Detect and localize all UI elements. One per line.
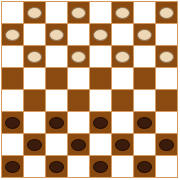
square-r7c1 bbox=[2, 134, 23, 155]
checker-light[interactable] bbox=[5, 29, 20, 41]
square-r6c2 bbox=[24, 112, 45, 133]
square-r6c4 bbox=[68, 112, 89, 133]
checker-light[interactable] bbox=[93, 29, 108, 41]
square-r1c6[interactable] bbox=[112, 2, 133, 23]
square-r4c3[interactable] bbox=[46, 68, 67, 89]
square-r3c2[interactable] bbox=[24, 46, 45, 67]
square-r6c1[interactable] bbox=[2, 112, 23, 133]
square-r1c3 bbox=[46, 2, 67, 23]
checker-dark[interactable] bbox=[159, 139, 174, 151]
checker-dark[interactable] bbox=[71, 139, 86, 151]
square-r1c4[interactable] bbox=[68, 2, 89, 23]
square-r8c3[interactable] bbox=[46, 156, 67, 177]
square-r4c2 bbox=[24, 68, 45, 89]
checker-light[interactable] bbox=[49, 29, 64, 41]
square-r5c1 bbox=[2, 90, 23, 111]
checkers-board bbox=[1, 1, 178, 178]
square-r6c5[interactable] bbox=[90, 112, 111, 133]
square-r2c3[interactable] bbox=[46, 24, 67, 45]
checkers-app bbox=[0, 0, 180, 180]
square-r7c8[interactable] bbox=[156, 134, 177, 155]
square-r1c7 bbox=[134, 2, 155, 23]
square-r1c8[interactable] bbox=[156, 2, 177, 23]
square-r2c8 bbox=[156, 24, 177, 45]
square-r4c1[interactable] bbox=[2, 68, 23, 89]
square-r4c5[interactable] bbox=[90, 68, 111, 89]
square-r7c3 bbox=[46, 134, 67, 155]
square-r1c1 bbox=[2, 2, 23, 23]
checker-dark[interactable] bbox=[27, 139, 42, 151]
checker-light[interactable] bbox=[71, 7, 86, 19]
square-r3c3 bbox=[46, 46, 67, 67]
checker-light[interactable] bbox=[137, 29, 152, 41]
checker-dark[interactable] bbox=[49, 117, 64, 129]
checker-light[interactable] bbox=[27, 7, 42, 19]
square-r7c4[interactable] bbox=[68, 134, 89, 155]
square-r4c7[interactable] bbox=[134, 68, 155, 89]
square-r3c8[interactable] bbox=[156, 46, 177, 67]
checker-dark[interactable] bbox=[5, 161, 20, 173]
checker-light[interactable] bbox=[71, 51, 86, 63]
square-r2c5[interactable] bbox=[90, 24, 111, 45]
square-r3c6[interactable] bbox=[112, 46, 133, 67]
square-r5c2[interactable] bbox=[24, 90, 45, 111]
square-r8c8 bbox=[156, 156, 177, 177]
square-r8c7[interactable] bbox=[134, 156, 155, 177]
checker-dark[interactable] bbox=[93, 117, 108, 129]
square-r7c5 bbox=[90, 134, 111, 155]
checker-light[interactable] bbox=[159, 51, 174, 63]
checker-dark[interactable] bbox=[93, 161, 108, 173]
square-r5c8[interactable] bbox=[156, 90, 177, 111]
square-r4c6 bbox=[112, 68, 133, 89]
square-r6c6 bbox=[112, 112, 133, 133]
square-r3c1 bbox=[2, 46, 23, 67]
square-r2c1[interactable] bbox=[2, 24, 23, 45]
checker-light[interactable] bbox=[115, 51, 130, 63]
square-r8c4 bbox=[68, 156, 89, 177]
square-r5c6[interactable] bbox=[112, 90, 133, 111]
square-r2c4 bbox=[68, 24, 89, 45]
square-r7c7 bbox=[134, 134, 155, 155]
square-r5c7 bbox=[134, 90, 155, 111]
square-r2c2 bbox=[24, 24, 45, 45]
square-r8c5[interactable] bbox=[90, 156, 111, 177]
square-r3c4[interactable] bbox=[68, 46, 89, 67]
square-r6c7[interactable] bbox=[134, 112, 155, 133]
square-r8c6 bbox=[112, 156, 133, 177]
checker-light[interactable] bbox=[115, 7, 130, 19]
square-r7c6[interactable] bbox=[112, 134, 133, 155]
checker-dark[interactable] bbox=[137, 117, 152, 129]
square-r4c8 bbox=[156, 68, 177, 89]
square-r6c8 bbox=[156, 112, 177, 133]
square-r4c4 bbox=[68, 68, 89, 89]
square-r8c1[interactable] bbox=[2, 156, 23, 177]
square-r2c7[interactable] bbox=[134, 24, 155, 45]
checker-dark[interactable] bbox=[5, 117, 20, 129]
square-r3c5 bbox=[90, 46, 111, 67]
square-r3c7 bbox=[134, 46, 155, 67]
checker-dark[interactable] bbox=[49, 161, 64, 173]
square-r8c2 bbox=[24, 156, 45, 177]
square-r5c3 bbox=[46, 90, 67, 111]
square-r5c5 bbox=[90, 90, 111, 111]
square-r7c2[interactable] bbox=[24, 134, 45, 155]
square-r6c3[interactable] bbox=[46, 112, 67, 133]
square-r1c2[interactable] bbox=[24, 2, 45, 23]
square-r2c6 bbox=[112, 24, 133, 45]
checker-light[interactable] bbox=[27, 51, 42, 63]
checker-dark[interactable] bbox=[137, 161, 152, 173]
checker-dark[interactable] bbox=[115, 139, 130, 151]
square-r1c5 bbox=[90, 2, 111, 23]
square-r5c4[interactable] bbox=[68, 90, 89, 111]
checker-light[interactable] bbox=[159, 7, 174, 19]
